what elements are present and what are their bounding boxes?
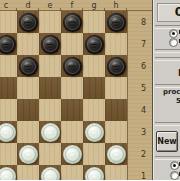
- white-man-c1[interactable]: ⛀: [0, 167, 16, 181]
- cropped-radio-label: [179, 39, 180, 43]
- square-e2[interactable]: [39, 143, 61, 165]
- square-c2[interactable]: [0, 143, 17, 165]
- board-frame: abcdefgh ⛂⛂⛂⛂⛂⛂⛂⛂⛂⛂⛂⛂⛀⛀⛀⛀⛀⛀⛀⛀⛀⛀⛀⛀ 876543…: [0, 0, 152, 180]
- black-man-g7[interactable]: ⛂: [85, 35, 104, 54]
- black-man-d8[interactable]: ⛂: [19, 13, 38, 32]
- cropped-section-label: proce: [163, 88, 180, 96]
- divider: [155, 156, 180, 160]
- square-g8[interactable]: [83, 11, 105, 33]
- cropped-label-glyph: I: [178, 68, 180, 78]
- square-e3[interactable]: ⛀: [39, 121, 61, 143]
- rank-label-1: 1: [127, 165, 152, 180]
- rank-label-3: 3: [127, 121, 152, 143]
- square-h1[interactable]: [105, 165, 127, 180]
- square-f8[interactable]: ⛂: [61, 11, 83, 33]
- control-panel: 0 I proce 5 New: [152, 0, 180, 180]
- move-counter-display: 0: [157, 3, 180, 22]
- square-f3[interactable]: [61, 121, 83, 143]
- cropped-radio-label: [179, 172, 180, 176]
- black-man-c7[interactable]: ⛂: [0, 35, 16, 54]
- square-h5[interactable]: [105, 77, 127, 99]
- square-h6[interactable]: ⛂: [105, 55, 127, 77]
- radio-option-bottom-2[interactable]: [170, 171, 179, 180]
- divider: [155, 122, 180, 126]
- white-man-h2[interactable]: ⛀: [107, 145, 126, 164]
- square-c3[interactable]: ⛀: [0, 121, 17, 143]
- square-e5[interactable]: [39, 77, 61, 99]
- square-h4[interactable]: [105, 99, 127, 121]
- black-man-f6[interactable]: ⛂: [63, 57, 82, 76]
- white-man-g3[interactable]: ⛀: [85, 123, 104, 142]
- square-d3[interactable]: [17, 121, 39, 143]
- board-right-edge: [127, 11, 128, 180]
- black-man-f8[interactable]: ⛂: [63, 13, 82, 32]
- rank-label-4: 4: [127, 99, 152, 121]
- cropped-radio-label: [179, 162, 180, 166]
- move-counter-value: 0: [175, 5, 180, 19]
- white-man-e3[interactable]: ⛀: [41, 123, 60, 142]
- square-c7[interactable]: ⛂: [0, 33, 17, 55]
- square-g1[interactable]: ⛀: [83, 165, 105, 180]
- square-e6[interactable]: [39, 55, 61, 77]
- square-f4[interactable]: [61, 99, 83, 121]
- square-d6[interactable]: ⛂: [17, 55, 39, 77]
- divider: [155, 49, 180, 53]
- new-game-button[interactable]: New: [156, 131, 178, 152]
- white-man-f2[interactable]: ⛀: [63, 145, 82, 164]
- square-f6[interactable]: ⛂: [61, 55, 83, 77]
- rank-label-2: 2: [127, 143, 152, 165]
- rank-label-6: 6: [127, 55, 152, 77]
- square-d5[interactable]: [17, 77, 39, 99]
- white-man-d2[interactable]: ⛀: [19, 145, 38, 164]
- cropped-radio-label: [179, 30, 180, 34]
- black-man-h6[interactable]: ⛂: [107, 57, 126, 76]
- rank-label-7: 7: [127, 33, 152, 55]
- radio-option-top-2[interactable]: [169, 38, 178, 47]
- square-c5[interactable]: [0, 77, 17, 99]
- checkers-app-window: abcdefgh ⛂⛂⛂⛂⛂⛂⛂⛂⛂⛂⛂⛂⛀⛀⛀⛀⛀⛀⛀⛀⛀⛀⛀⛀ 876543…: [0, 0, 180, 180]
- rank-labels: 87654321: [127, 11, 152, 180]
- square-g2[interactable]: [83, 143, 105, 165]
- square-h3[interactable]: [105, 121, 127, 143]
- square-c4[interactable]: [0, 99, 17, 121]
- square-g7[interactable]: ⛂: [83, 33, 105, 55]
- square-h7[interactable]: [105, 33, 127, 55]
- white-man-g1[interactable]: ⛀: [85, 167, 104, 181]
- white-man-e1[interactable]: ⛀: [41, 167, 60, 181]
- square-d2[interactable]: ⛀: [17, 143, 39, 165]
- square-h8[interactable]: ⛂: [105, 11, 127, 33]
- square-d4[interactable]: [17, 99, 39, 121]
- divider: [155, 25, 180, 29]
- black-man-e7[interactable]: ⛂: [41, 35, 60, 54]
- square-h2[interactable]: ⛀: [105, 143, 127, 165]
- square-e7[interactable]: ⛂: [39, 33, 61, 55]
- square-e4[interactable]: [39, 99, 61, 121]
- black-man-h8[interactable]: ⛂: [107, 13, 126, 32]
- square-c8[interactable]: [0, 11, 17, 33]
- board-top-edge: [0, 10, 152, 11]
- square-f7[interactable]: [61, 33, 83, 55]
- divider: [155, 57, 180, 61]
- square-f2[interactable]: ⛀: [61, 143, 83, 165]
- square-g5[interactable]: [83, 77, 105, 99]
- square-g4[interactable]: [83, 99, 105, 121]
- square-g6[interactable]: [83, 55, 105, 77]
- square-g3[interactable]: ⛀: [83, 121, 105, 143]
- cropped-section-value: 5: [176, 97, 180, 105]
- square-c1[interactable]: ⛀: [0, 165, 17, 180]
- white-man-c3[interactable]: ⛀: [0, 123, 16, 142]
- rank-label-8: 8: [127, 11, 152, 33]
- square-d7[interactable]: [17, 33, 39, 55]
- square-d1[interactable]: [17, 165, 39, 180]
- square-e8[interactable]: [39, 11, 61, 33]
- square-e1[interactable]: ⛀: [39, 165, 61, 180]
- radio-option-bottom-1[interactable]: [170, 161, 179, 170]
- square-f5[interactable]: [61, 77, 83, 99]
- square-c6[interactable]: [0, 55, 17, 77]
- rank-label-5: 5: [127, 77, 152, 99]
- square-f1[interactable]: [61, 165, 83, 180]
- black-man-d6[interactable]: ⛂: [19, 57, 38, 76]
- checkers-board[interactable]: ⛂⛂⛂⛂⛂⛂⛂⛂⛂⛂⛂⛂⛀⛀⛀⛀⛀⛀⛀⛀⛀⛀⛀⛀: [0, 11, 127, 180]
- square-d8[interactable]: ⛂: [17, 11, 39, 33]
- radio-option-top-1[interactable]: [169, 29, 178, 38]
